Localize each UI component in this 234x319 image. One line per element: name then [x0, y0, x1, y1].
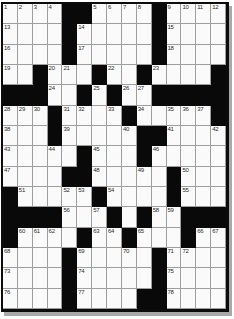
- white-cell-r7c12[interactable]: 41: [167, 126, 182, 146]
- white-cell-r7c7[interactable]: [92, 126, 107, 146]
- clue-number-73: 73: [4, 268, 10, 275]
- white-cell-r13c10[interactable]: [137, 248, 152, 268]
- black-cell-r15c11: [152, 289, 167, 309]
- clue-number-22: 22: [108, 65, 114, 72]
- white-cell-r13c12[interactable]: 71: [167, 248, 182, 268]
- white-cell-r2c12[interactable]: 15: [167, 24, 182, 44]
- white-cell-r15c7[interactable]: [92, 289, 107, 309]
- white-cell-r14c9[interactable]: [122, 268, 137, 288]
- white-cell-r12c11[interactable]: [152, 228, 167, 248]
- black-cell-r8c10: [137, 146, 152, 166]
- white-cell-r6c12[interactable]: 35: [167, 106, 182, 126]
- white-cell-r1c8[interactable]: 6: [107, 4, 122, 24]
- clue-number-34: 34: [138, 106, 144, 113]
- clue-number-24: 24: [49, 85, 55, 92]
- white-cell-r8c3[interactable]: [33, 146, 48, 166]
- clue-number-9: 9: [168, 4, 171, 11]
- white-cell-r1c9[interactable]: 7: [122, 4, 137, 24]
- white-cell-r2c3[interactable]: [33, 24, 48, 44]
- clue-number-57: 57: [93, 207, 99, 214]
- black-cell-r12c9: [122, 228, 137, 248]
- clue-number-64: 64: [108, 228, 114, 235]
- clue-number-77: 77: [78, 289, 84, 296]
- clue-number-19: 19: [4, 65, 10, 72]
- white-cell-r8c7[interactable]: 45: [92, 146, 107, 166]
- clue-number-67: 67: [212, 228, 218, 235]
- black-cell-r7c11: [152, 126, 167, 146]
- white-cell-r3c15[interactable]: [211, 45, 226, 65]
- clue-number-23: 23: [153, 65, 159, 72]
- white-cell-r11c6[interactable]: [77, 207, 92, 227]
- black-cell-r12c6: [77, 228, 92, 248]
- white-cell-r11c5[interactable]: 56: [62, 207, 77, 227]
- clue-number-11: 11: [197, 4, 203, 11]
- white-cell-r15c1[interactable]: 76: [3, 289, 18, 309]
- clue-number-47: 47: [4, 167, 10, 174]
- white-cell-r14c3[interactable]: [33, 268, 48, 288]
- white-cell-r1c4[interactable]: 4: [48, 4, 63, 24]
- white-cell-r9c14[interactable]: [196, 167, 211, 187]
- black-cell-r1c5: [62, 4, 77, 24]
- clue-number-60: 60: [19, 228, 25, 235]
- black-cell-r12c13: [181, 228, 196, 248]
- white-cell-r15c3[interactable]: [33, 289, 48, 309]
- white-cell-r6c3[interactable]: 30: [33, 106, 48, 126]
- white-cell-r10c5[interactable]: 52: [62, 187, 77, 207]
- white-cell-r4c1[interactable]: 19: [3, 65, 18, 85]
- clue-number-75: 75: [168, 268, 174, 275]
- white-cell-r8c14[interactable]: [196, 146, 211, 166]
- white-cell-r14c2[interactable]: [18, 268, 33, 288]
- white-cell-r11c7[interactable]: 57: [92, 207, 107, 227]
- white-cell-r15c6[interactable]: 77: [77, 289, 92, 309]
- white-cell-r10c14[interactable]: [196, 187, 211, 207]
- white-cell-r7c1[interactable]: 38: [3, 126, 18, 146]
- white-cell-r5c10[interactable]: 27: [137, 85, 152, 105]
- white-cell-r3c9[interactable]: [122, 45, 137, 65]
- clue-number-29: 29: [19, 106, 25, 113]
- clue-number-10: 10: [182, 4, 188, 11]
- clue-number-20: 20: [49, 65, 55, 72]
- white-cell-r15c2[interactable]: [18, 289, 33, 309]
- clue-number-51: 51: [19, 187, 25, 194]
- white-cell-r2c2[interactable]: [18, 24, 33, 44]
- white-cell-r1c3[interactable]: 3: [33, 4, 48, 24]
- white-cell-r11c11[interactable]: 58: [152, 207, 167, 227]
- black-cell-r5c15: [211, 85, 226, 105]
- white-cell-r3c10[interactable]: [137, 45, 152, 65]
- white-cell-r2c1[interactable]: 13: [3, 24, 18, 44]
- clue-number-46: 46: [153, 146, 159, 153]
- white-cell-r12c12[interactable]: [167, 228, 182, 248]
- white-cell-r5c7[interactable]: 25: [92, 85, 107, 105]
- black-cell-r4c7: [92, 65, 107, 85]
- white-cell-r7c13[interactable]: [181, 126, 196, 146]
- white-cell-r14c4[interactable]: [48, 268, 63, 288]
- white-cell-r3c4[interactable]: [48, 45, 63, 65]
- clue-number-8: 8: [138, 4, 141, 11]
- white-cell-r1c7[interactable]: 5: [92, 4, 107, 24]
- white-cell-r7c5[interactable]: 39: [62, 126, 77, 146]
- white-cell-r6c11[interactable]: [152, 106, 167, 126]
- white-cell-r14c7[interactable]: [92, 268, 107, 288]
- white-cell-r10c9[interactable]: [122, 187, 137, 207]
- clue-number-54: 54: [108, 187, 114, 194]
- white-cell-r15c4[interactable]: [48, 289, 63, 309]
- white-cell-r8c12[interactable]: [167, 146, 182, 166]
- white-cell-r7c14[interactable]: [196, 126, 211, 146]
- white-cell-r3c13[interactable]: [181, 45, 196, 65]
- black-cell-r4c3: [33, 65, 48, 85]
- clue-number-6: 6: [108, 4, 111, 11]
- white-cell-r10c4[interactable]: [48, 187, 63, 207]
- white-cell-r6c6[interactable]: 32: [77, 106, 92, 126]
- white-cell-r12c10[interactable]: 65: [137, 228, 152, 248]
- clue-number-56: 56: [63, 207, 69, 214]
- white-cell-r4c11[interactable]: 23: [152, 65, 167, 85]
- white-cell-r4c6[interactable]: [77, 65, 92, 85]
- white-cell-r13c6[interactable]: 69: [77, 248, 92, 268]
- clue-number-12: 12: [212, 4, 218, 11]
- black-cell-r5c6: [77, 85, 92, 105]
- white-cell-r15c8[interactable]: [107, 289, 122, 309]
- clue-number-38: 38: [4, 126, 10, 133]
- white-cell-r7c3[interactable]: [33, 126, 48, 146]
- black-cell-r15c10: [137, 289, 152, 309]
- white-cell-r9c15[interactable]: [211, 167, 226, 187]
- clue-number-14: 14: [78, 24, 84, 31]
- white-cell-r6c10[interactable]: 34: [137, 106, 152, 126]
- clue-number-28: 28: [4, 106, 10, 113]
- black-cell-r10c1: [3, 187, 18, 207]
- clue-number-76: 76: [4, 289, 10, 296]
- clue-number-25: 25: [93, 85, 99, 92]
- white-cell-r14c1[interactable]: 73: [3, 268, 18, 288]
- clue-number-40: 40: [123, 126, 129, 133]
- white-cell-r15c12[interactable]: 78: [167, 289, 182, 309]
- black-cell-r5c1: [3, 85, 18, 105]
- black-cell-r4c15: [211, 65, 226, 85]
- white-cell-r15c14[interactable]: [196, 289, 211, 309]
- white-cell-r5c4[interactable]: 24: [48, 85, 63, 105]
- clue-number-1: 1: [4, 4, 7, 11]
- clue-number-41: 41: [168, 126, 174, 133]
- clue-number-59: 59: [168, 207, 174, 214]
- white-cell-r14c6[interactable]: 74: [77, 268, 92, 288]
- white-cell-r2c7[interactable]: [92, 24, 107, 44]
- clue-number-55: 55: [182, 187, 188, 194]
- clue-number-17: 17: [78, 45, 84, 52]
- black-cell-r11c3: [33, 207, 48, 227]
- black-cell-r5c14: [196, 85, 211, 105]
- black-cell-r9c6: [77, 167, 92, 187]
- black-cell-r6c4: [48, 106, 63, 126]
- white-cell-r8c13[interactable]: [181, 146, 196, 166]
- clue-number-42: 42: [212, 126, 218, 133]
- clue-number-39: 39: [63, 126, 69, 133]
- white-cell-r6c2[interactable]: 29: [18, 106, 33, 126]
- black-cell-r11c14: [196, 207, 211, 227]
- white-cell-r1c12[interactable]: 9: [167, 4, 182, 24]
- clue-number-71: 71: [168, 248, 174, 255]
- black-cell-r1c6: [77, 4, 92, 24]
- white-cell-r3c14[interactable]: [196, 45, 211, 65]
- white-cell-r13c14[interactable]: [196, 248, 211, 268]
- white-cell-r13c13[interactable]: 72: [181, 248, 196, 268]
- black-cell-r14c5: [62, 268, 77, 288]
- black-cell-r13c5: [62, 248, 77, 268]
- clue-number-31: 31: [63, 106, 69, 113]
- white-cell-r10c3[interactable]: [33, 187, 48, 207]
- white-cell-r3c3[interactable]: [33, 45, 48, 65]
- white-cell-r3c1[interactable]: 16: [3, 45, 18, 65]
- clue-number-58: 58: [153, 207, 159, 214]
- clue-number-65: 65: [138, 228, 144, 235]
- clue-number-32: 32: [78, 106, 84, 113]
- black-cell-r13c11: [152, 248, 167, 268]
- white-cell-r12c7[interactable]: 63: [92, 228, 107, 248]
- white-cell-r4c9[interactable]: [122, 65, 137, 85]
- white-cell-r12c3[interactable]: 61: [33, 228, 48, 248]
- clue-number-37: 37: [197, 106, 203, 113]
- white-cell-r13c4[interactable]: [48, 248, 63, 268]
- clue-number-18: 18: [168, 45, 174, 52]
- crossword-screenshot: 1234567891011121314151617181920212223242…: [0, 0, 234, 319]
- black-cell-r11c13: [181, 207, 196, 227]
- white-cell-r10c13[interactable]: 55: [181, 187, 196, 207]
- clue-number-63: 63: [93, 228, 99, 235]
- clue-number-74: 74: [78, 268, 84, 275]
- black-cell-r5c8: [107, 85, 122, 105]
- crossword-grid: 1234567891011121314151617181920212223242…: [1, 2, 229, 312]
- white-cell-r10c6[interactable]: 53: [77, 187, 92, 207]
- black-cell-r5c12: [167, 85, 182, 105]
- clue-number-21: 21: [63, 65, 69, 72]
- black-cell-r5c3: [33, 85, 48, 105]
- clue-number-7: 7: [123, 4, 126, 11]
- black-cell-r9c12: [167, 167, 182, 187]
- white-cell-r8c2[interactable]: [18, 146, 33, 166]
- black-cell-r7c4: [48, 126, 63, 146]
- white-cell-r4c14[interactable]: [196, 65, 211, 85]
- white-cell-r9c1[interactable]: 47: [3, 167, 18, 187]
- black-cell-r11c10: [137, 207, 152, 227]
- black-cell-r9c5: [62, 167, 77, 187]
- clue-number-52: 52: [63, 187, 69, 194]
- white-cell-r12c4[interactable]: 62: [48, 228, 63, 248]
- white-cell-r15c15[interactable]: [211, 289, 226, 309]
- white-cell-r15c9[interactable]: [122, 289, 137, 309]
- black-cell-r11c2: [18, 207, 33, 227]
- clue-number-61: 61: [34, 228, 40, 235]
- clue-number-30: 30: [34, 106, 40, 113]
- white-cell-r14c10[interactable]: [137, 268, 152, 288]
- white-cell-r2c14[interactable]: [196, 24, 211, 44]
- black-cell-r5c2: [18, 85, 33, 105]
- white-cell-r7c2[interactable]: [18, 126, 33, 146]
- black-cell-r11c1: [3, 207, 18, 227]
- white-cell-r8c11[interactable]: 46: [152, 146, 167, 166]
- clue-number-62: 62: [49, 228, 55, 235]
- clue-number-72: 72: [182, 248, 188, 255]
- white-cell-r6c1[interactable]: 28: [3, 106, 18, 126]
- white-cell-r12c2[interactable]: 60: [18, 228, 33, 248]
- white-cell-r1c1[interactable]: 1: [3, 4, 18, 24]
- white-cell-r10c2[interactable]: 51: [18, 187, 33, 207]
- white-cell-r8c9[interactable]: [122, 146, 137, 166]
- white-cell-r12c8[interactable]: 64: [107, 228, 122, 248]
- white-cell-r13c8[interactable]: [107, 248, 122, 268]
- white-cell-r15c13[interactable]: [181, 289, 196, 309]
- white-cell-r4c12[interactable]: [167, 65, 182, 85]
- black-cell-r10c12: [167, 187, 182, 207]
- black-cell-r5c11: [152, 85, 167, 105]
- white-cell-r6c7[interactable]: [92, 106, 107, 126]
- white-cell-r13c2[interactable]: [18, 248, 33, 268]
- white-cell-r5c5[interactable]: [62, 85, 77, 105]
- clue-number-70: 70: [123, 248, 129, 255]
- clue-number-13: 13: [4, 24, 10, 31]
- white-cell-r8c15[interactable]: [211, 146, 226, 166]
- clue-number-3: 3: [34, 4, 37, 11]
- white-cell-r9c2[interactable]: [18, 167, 33, 187]
- white-cell-r10c11[interactable]: [152, 187, 167, 207]
- white-cell-r9c13[interactable]: 50: [181, 167, 196, 187]
- white-cell-r3c6[interactable]: 17: [77, 45, 92, 65]
- clue-number-66: 66: [197, 228, 203, 235]
- white-cell-r14c14[interactable]: [196, 268, 211, 288]
- clue-number-16: 16: [4, 45, 10, 52]
- white-cell-r1c15[interactable]: 12: [211, 4, 226, 24]
- white-cell-r8c5[interactable]: [62, 146, 77, 166]
- white-cell-r6c5[interactable]: 31: [62, 106, 77, 126]
- clue-number-33: 33: [108, 106, 114, 113]
- white-cell-r9c3[interactable]: [33, 167, 48, 187]
- white-cell-r6c8[interactable]: 33: [107, 106, 122, 126]
- white-cell-r3c12[interactable]: 18: [167, 45, 182, 65]
- white-cell-r2c4[interactable]: [48, 24, 63, 44]
- black-cell-r7c10: [137, 126, 152, 146]
- black-cell-r12c1: [3, 228, 18, 248]
- white-cell-r3c2[interactable]: [18, 45, 33, 65]
- white-cell-r4c13[interactable]: [181, 65, 196, 85]
- clue-number-50: 50: [182, 167, 188, 174]
- clue-number-69: 69: [78, 248, 84, 255]
- white-cell-r7c15[interactable]: 42: [211, 126, 226, 146]
- white-cell-r13c15[interactable]: [211, 248, 226, 268]
- white-cell-r13c9[interactable]: 70: [122, 248, 137, 268]
- clue-number-49: 49: [138, 167, 144, 174]
- white-cell-r9c7[interactable]: 48: [92, 167, 107, 187]
- white-cell-r2c10[interactable]: [137, 24, 152, 44]
- black-cell-r10c7: [92, 187, 107, 207]
- white-cell-r13c1[interactable]: 68: [3, 248, 18, 268]
- white-cell-r9c10[interactable]: 49: [137, 167, 152, 187]
- black-cell-r2c11: [152, 24, 167, 44]
- white-cell-r14c8[interactable]: [107, 268, 122, 288]
- white-cell-r7c8[interactable]: [107, 126, 122, 146]
- white-cell-r4c5[interactable]: 21: [62, 65, 77, 85]
- white-cell-r2c15[interactable]: [211, 24, 226, 44]
- white-cell-r8c1[interactable]: 43: [3, 146, 18, 166]
- clue-number-36: 36: [182, 106, 188, 113]
- white-cell-r5c9[interactable]: 26: [122, 85, 137, 105]
- white-cell-r2c8[interactable]: [107, 24, 122, 44]
- white-cell-r9c9[interactable]: [122, 167, 137, 187]
- clue-number-4: 4: [49, 4, 52, 11]
- clue-number-15: 15: [168, 24, 174, 31]
- black-cell-r2c5: [62, 24, 77, 44]
- white-cell-r2c6[interactable]: 14: [77, 24, 92, 44]
- clue-number-27: 27: [138, 85, 144, 92]
- white-cell-r7c6[interactable]: [77, 126, 92, 146]
- white-cell-r8c4[interactable]: 44: [48, 146, 63, 166]
- white-cell-r3c8[interactable]: [107, 45, 122, 65]
- black-cell-r3c11: [152, 45, 167, 65]
- white-cell-r2c9[interactable]: [122, 24, 137, 44]
- white-cell-r6c14[interactable]: 37: [196, 106, 211, 126]
- clue-number-44: 44: [49, 146, 55, 153]
- clue-number-5: 5: [93, 4, 96, 11]
- white-cell-r9c11[interactable]: [152, 167, 167, 187]
- white-cell-r12c5[interactable]: [62, 228, 77, 248]
- white-cell-r2c13[interactable]: [181, 24, 196, 44]
- black-cell-r11c8: [107, 207, 122, 227]
- white-cell-r6c13[interactable]: 36: [181, 106, 196, 126]
- black-cell-r5c13: [181, 85, 196, 105]
- white-cell-r7c9[interactable]: 40: [122, 126, 137, 146]
- black-cell-r14c11: [152, 268, 167, 288]
- white-cell-r14c13[interactable]: [181, 268, 196, 288]
- white-cell-r9c8[interactable]: [107, 167, 122, 187]
- clue-number-53: 53: [78, 187, 84, 194]
- clue-number-26: 26: [123, 85, 129, 92]
- white-cell-r12c14[interactable]: 66: [196, 228, 211, 248]
- white-cell-r1c13[interactable]: 10: [181, 4, 196, 24]
- white-cell-r1c14[interactable]: 11: [196, 4, 211, 24]
- black-cell-r11c4: [48, 207, 63, 227]
- white-cell-r9c4[interactable]: [48, 167, 63, 187]
- white-cell-r13c3[interactable]: [33, 248, 48, 268]
- black-cell-r3c5: [62, 45, 77, 65]
- black-cell-r4c10: [137, 65, 152, 85]
- white-cell-r4c2[interactable]: [18, 65, 33, 85]
- clue-number-35: 35: [168, 106, 174, 113]
- white-cell-r13c7[interactable]: [92, 248, 107, 268]
- white-cell-r14c12[interactable]: 75: [167, 268, 182, 288]
- white-cell-r10c15[interactable]: [211, 187, 226, 207]
- clue-number-45: 45: [93, 146, 99, 153]
- white-cell-r14c15[interactable]: [211, 268, 226, 288]
- clue-number-48: 48: [93, 167, 99, 174]
- white-cell-r11c9[interactable]: [122, 207, 137, 227]
- white-cell-r8c8[interactable]: [107, 146, 122, 166]
- black-cell-r6c9: [122, 106, 137, 126]
- white-cell-r12c15[interactable]: 67: [211, 228, 226, 248]
- black-cell-r6c15: [211, 106, 226, 126]
- clue-number-68: 68: [4, 248, 10, 255]
- black-cell-r8c6: [77, 146, 92, 166]
- white-cell-r4c8[interactable]: 22: [107, 65, 122, 85]
- white-cell-r1c2[interactable]: 2: [18, 4, 33, 24]
- black-cell-r15c5: [62, 289, 77, 309]
- white-cell-r10c10[interactable]: [137, 187, 152, 207]
- white-cell-r3c7[interactable]: [92, 45, 107, 65]
- white-cell-r4c4[interactable]: 20: [48, 65, 63, 85]
- white-cell-r1c10[interactable]: 8: [137, 4, 152, 24]
- white-cell-r11c12[interactable]: 59: [167, 207, 182, 227]
- white-cell-r10c8[interactable]: 54: [107, 187, 122, 207]
